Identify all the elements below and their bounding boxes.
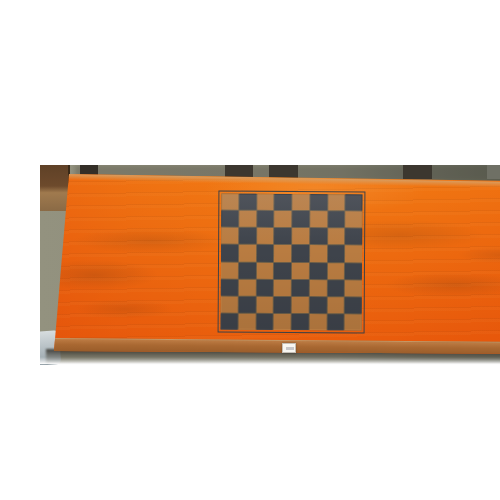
tag-illegible-text	[286, 347, 294, 350]
square-h8	[346, 194, 363, 210]
square-d8	[275, 194, 292, 210]
square-b4	[239, 262, 256, 278]
square-b5	[239, 245, 256, 261]
square-g2	[327, 297, 344, 313]
square-c3	[256, 279, 273, 295]
square-d1	[274, 314, 291, 330]
furniture-leg	[403, 165, 432, 179]
square-f2	[309, 297, 326, 313]
photo	[40, 16, 500, 500]
square-e6	[292, 228, 309, 244]
chessboard	[218, 191, 366, 334]
square-d3	[274, 280, 291, 296]
square-g8	[328, 194, 345, 210]
square-h4	[345, 263, 362, 279]
square-a3	[221, 279, 238, 295]
square-c6	[257, 228, 274, 244]
square-b6	[239, 228, 256, 244]
square-f1	[309, 314, 326, 330]
square-h2	[345, 297, 362, 313]
table-top	[40, 165, 500, 365]
square-b8	[239, 194, 256, 210]
square-f8	[310, 194, 327, 210]
square-b2	[238, 296, 255, 312]
square-f5	[310, 245, 327, 261]
square-g4	[327, 263, 344, 279]
chessboard-grid	[221, 194, 363, 331]
square-e8	[292, 194, 309, 210]
square-a7	[221, 211, 238, 227]
square-e3	[292, 280, 309, 296]
square-b7	[239, 211, 256, 227]
square-d2	[274, 297, 291, 313]
square-h1	[345, 314, 362, 330]
square-c1	[256, 314, 273, 330]
square-g7	[328, 211, 345, 227]
square-e5	[292, 245, 309, 261]
scene	[40, 165, 500, 365]
square-c8	[257, 194, 274, 210]
brown-cabinet	[40, 165, 70, 211]
square-g6	[328, 228, 345, 244]
square-f6	[310, 228, 327, 244]
square-a4	[221, 262, 238, 278]
square-d6	[274, 228, 291, 244]
square-a2	[221, 296, 238, 312]
square-a1	[221, 313, 238, 329]
square-c4	[256, 262, 273, 278]
square-c7	[257, 211, 274, 227]
square-c2	[256, 297, 273, 313]
square-e2	[292, 297, 309, 313]
square-e1	[292, 314, 309, 330]
square-f4	[310, 263, 327, 279]
square-b1	[238, 314, 255, 330]
square-e7	[292, 211, 309, 227]
furniture-leg	[487, 165, 500, 179]
square-h3	[345, 280, 362, 296]
square-d5	[274, 245, 291, 261]
square-b3	[239, 279, 256, 295]
square-c5	[257, 245, 274, 261]
square-a6	[221, 228, 238, 244]
square-h7	[345, 211, 362, 227]
square-h6	[345, 229, 362, 245]
square-d4	[274, 262, 291, 278]
square-d7	[274, 211, 291, 227]
square-e4	[292, 263, 309, 279]
square-f7	[310, 211, 327, 227]
square-a5	[221, 245, 238, 261]
square-f3	[310, 280, 327, 296]
square-g1	[327, 314, 344, 330]
square-g3	[327, 280, 344, 296]
price-tag-bottom-center	[282, 343, 296, 353]
square-a8	[221, 194, 238, 210]
square-g5	[328, 246, 345, 262]
square-h5	[345, 246, 362, 262]
